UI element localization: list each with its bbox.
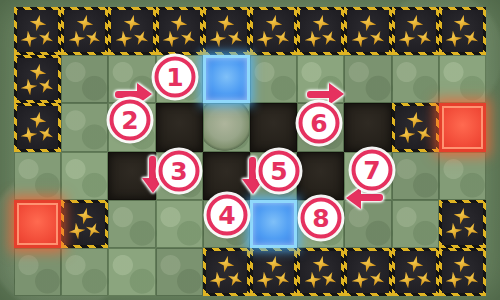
spike-star-icon (445, 29, 464, 48)
pit-tile-r3c6[interactable] (297, 152, 344, 200)
spike-star-icon (20, 77, 39, 96)
arrow-right-icon (305, 82, 345, 106)
spike-star-icon (225, 268, 246, 289)
grass-tile-r4c3[interactable] (156, 200, 203, 248)
spike-star-icon (75, 13, 95, 33)
grass-tile-r5c2[interactable] (108, 248, 155, 296)
spike-star-icon (20, 125, 39, 144)
grass-tile-r5c0[interactable] (14, 248, 61, 296)
spike-trap-tile-r0c9[interactable] (439, 7, 486, 55)
spike-star-icon (209, 270, 228, 289)
spike-trap-tile-r2c8[interactable] (392, 103, 439, 151)
pit-tile-r2c3[interactable] (156, 103, 203, 151)
spike-star-icon (28, 110, 48, 130)
arrow-head (346, 187, 361, 209)
spike-star-icon (366, 27, 387, 48)
spike-trap-tile-r4c1[interactable] (61, 200, 108, 248)
spike-star-icon (272, 27, 293, 48)
boulder-icon (204, 104, 249, 150)
pit-tile-r2c5[interactable] (250, 103, 297, 151)
board-grid (14, 7, 486, 296)
spike-star-icon (461, 27, 482, 48)
step-marker-7: 7 (352, 150, 393, 191)
spike-star-icon (397, 125, 416, 144)
spike-star-icon (264, 254, 284, 274)
blue-switch-tile-r4c5[interactable] (250, 200, 297, 248)
spike-star-icon (452, 13, 472, 33)
spike-star-icon (405, 13, 425, 33)
spike-star-icon (303, 29, 322, 48)
spike-trap-tile-r2c0[interactable] (14, 103, 61, 151)
spike-star-icon (366, 268, 387, 289)
grass-tile-r4c8[interactable] (392, 200, 439, 248)
grass-tile-r3c8[interactable] (392, 152, 439, 200)
spike-star-icon (350, 270, 369, 289)
spike-star-icon (445, 270, 464, 289)
grass-tile-r5c3[interactable] (156, 248, 203, 296)
grass-tile-r1c5[interactable] (250, 55, 297, 103)
spike-star-icon (397, 270, 416, 289)
boulder-tile-r2c4[interactable] (203, 103, 250, 151)
grass-tile-r1c8[interactable] (392, 55, 439, 103)
spike-star-icon (225, 27, 246, 48)
spike-trap-tile-r0c5[interactable] (250, 7, 297, 55)
spike-star-icon (445, 222, 464, 241)
spike-star-icon (311, 254, 331, 274)
grass-tile-r2c1[interactable] (61, 103, 108, 151)
spike-trap-tile-r0c8[interactable] (392, 7, 439, 55)
step-marker-5: 5 (259, 151, 300, 192)
spike-trap-tile-r0c4[interactable] (203, 7, 250, 55)
spike-trap-tile-r5c5[interactable] (250, 248, 297, 296)
spike-star-icon (36, 124, 57, 145)
arrow-tail (358, 194, 383, 201)
spike-star-icon (264, 13, 284, 33)
spike-star-icon (397, 29, 416, 48)
spike-star-icon (358, 13, 378, 33)
spike-trap-tile-r0c6[interactable] (297, 7, 344, 55)
spike-trap-tile-r1c0[interactable] (14, 55, 61, 103)
spike-trap-tile-r5c9[interactable] (439, 248, 486, 296)
step-marker-1: 1 (155, 57, 196, 98)
spike-star-icon (130, 27, 151, 48)
spike-trap-tile-r0c0[interactable] (14, 7, 61, 55)
spike-star-icon (452, 254, 472, 274)
spike-star-icon (28, 13, 48, 33)
spike-star-icon (311, 13, 331, 33)
spike-trap-tile-r5c7[interactable] (344, 248, 391, 296)
spike-star-icon (216, 13, 236, 33)
spike-star-icon (67, 29, 86, 48)
spike-star-icon (67, 222, 86, 241)
step-marker-3: 3 (159, 151, 200, 192)
spike-star-icon (83, 220, 104, 241)
step-marker-2: 2 (110, 100, 151, 141)
spike-star-icon (413, 124, 434, 145)
spike-star-icon (75, 206, 95, 226)
pit-tile-r2c7[interactable] (344, 103, 391, 151)
grass-tile-r3c0[interactable] (14, 152, 61, 200)
spike-star-icon (114, 29, 133, 48)
spike-star-icon (303, 270, 322, 289)
red-switch-tile-r2c9[interactable] (439, 103, 486, 151)
grass-tile-r5c1[interactable] (61, 248, 108, 296)
spike-star-icon (20, 29, 39, 48)
spike-star-icon (452, 206, 472, 226)
blue-switch-tile-r1c4[interactable] (203, 55, 250, 103)
spike-trap-tile-r0c3[interactable] (156, 7, 203, 55)
spike-star-icon (413, 268, 434, 289)
grass-tile-r1c1[interactable] (61, 55, 108, 103)
spike-star-icon (461, 268, 482, 289)
spike-star-icon (209, 29, 228, 48)
spike-trap-tile-r5c4[interactable] (203, 248, 250, 296)
grass-tile-r3c1[interactable] (61, 152, 108, 200)
spike-trap-tile-r0c1[interactable] (61, 7, 108, 55)
spike-trap-tile-r5c8[interactable] (392, 248, 439, 296)
spike-star-icon (216, 254, 236, 274)
spike-star-icon (28, 62, 48, 82)
grass-tile-r3c9[interactable] (439, 152, 486, 200)
spike-trap-tile-r4c9[interactable] (439, 200, 486, 248)
spike-star-icon (405, 110, 425, 130)
step-marker-4: 4 (207, 195, 248, 236)
spike-star-icon (177, 27, 198, 48)
step-marker-6: 6 (299, 103, 340, 144)
spike-star-icon (272, 268, 293, 289)
spike-star-icon (405, 254, 425, 274)
spike-star-icon (413, 27, 434, 48)
spike-star-icon (319, 268, 340, 289)
spike-star-icon (319, 27, 340, 48)
grass-tile-r4c2[interactable] (108, 200, 155, 248)
spike-trap-tile-r0c7[interactable] (344, 7, 391, 55)
spike-trap-tile-r0c2[interactable] (108, 7, 155, 55)
spike-star-icon (256, 29, 275, 48)
spike-star-icon (350, 29, 369, 48)
spike-star-icon (256, 270, 275, 289)
spike-star-icon (161, 29, 180, 48)
red-switch-tile-r4c0[interactable] (14, 200, 61, 248)
spike-star-icon (36, 27, 57, 48)
spike-star-icon (36, 76, 57, 97)
spike-trap-tile-r5c6[interactable] (297, 248, 344, 296)
spike-star-icon (358, 254, 378, 274)
spike-star-icon (169, 13, 189, 33)
game-board: 12345678 (0, 0, 500, 300)
spike-star-icon (83, 27, 104, 48)
step-marker-8: 8 (301, 198, 342, 239)
spike-star-icon (461, 220, 482, 241)
arrow-head (329, 83, 344, 105)
grass-tile-r1c7[interactable] (344, 55, 391, 103)
spike-star-icon (122, 13, 142, 33)
grass-tile-r1c9[interactable] (439, 55, 486, 103)
